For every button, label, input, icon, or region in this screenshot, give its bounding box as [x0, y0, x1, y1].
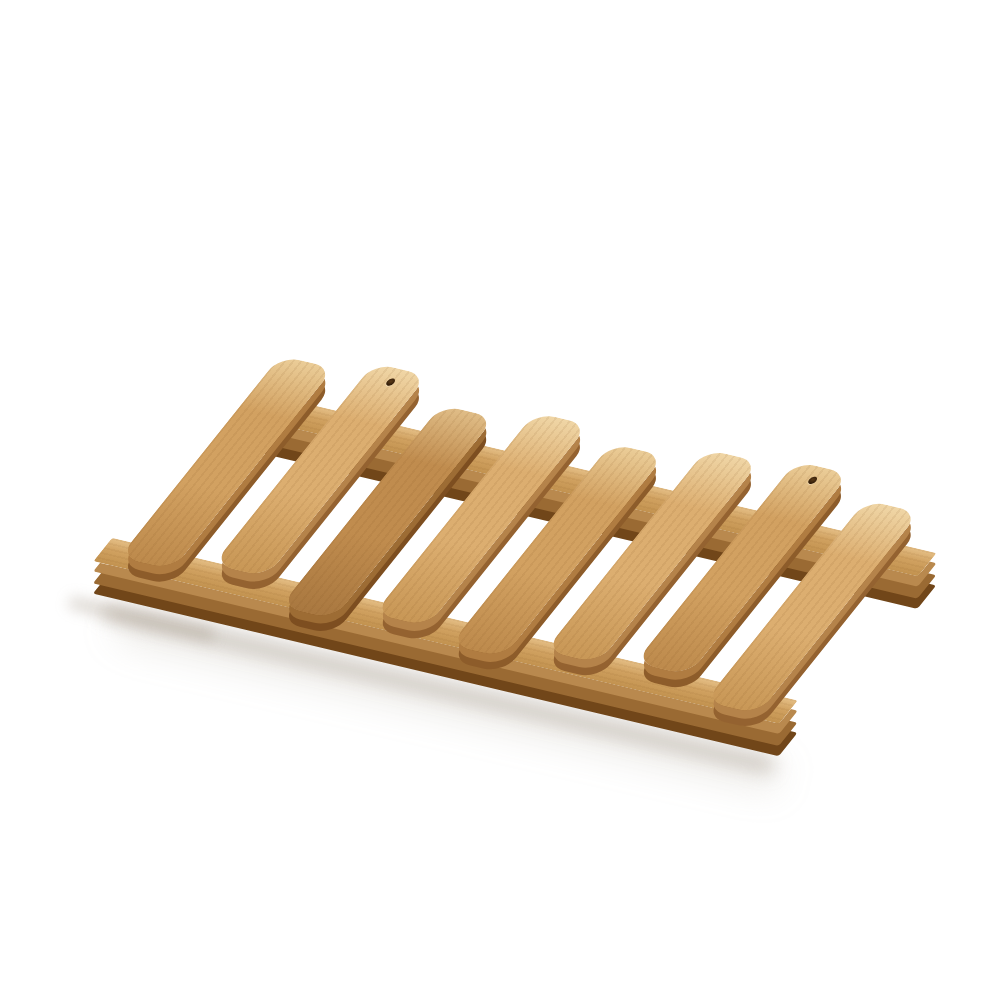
- hang-hole-icon: [806, 476, 818, 485]
- product-photo: [0, 0, 1000, 1000]
- hang-hole-icon: [384, 378, 396, 387]
